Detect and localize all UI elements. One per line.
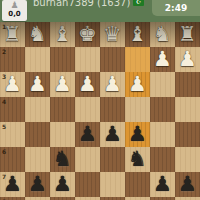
white-pawn: ♟ — [75, 72, 100, 97]
black-bishop: ♝ — [50, 197, 75, 200]
black-pawn: ♟ — [75, 122, 100, 147]
square-a5[interactable] — [175, 122, 200, 147]
square-b2[interactable]: ♟ — [150, 47, 175, 72]
rank-label-8: 8 — [2, 198, 6, 200]
square-b7[interactable]: ♟ — [150, 172, 175, 197]
square-f4[interactable] — [50, 97, 75, 122]
white-pawn: ♟ — [175, 47, 200, 72]
square-a6[interactable] — [175, 147, 200, 172]
black-pawn: ♟ — [50, 172, 75, 197]
square-e5[interactable]: ♟ — [75, 122, 100, 147]
white-rook: ♜ — [175, 22, 200, 47]
white-bishop: ♝ — [125, 22, 150, 47]
square-h1[interactable]: 1♜ — [0, 22, 25, 47]
square-e2[interactable] — [75, 47, 100, 72]
square-f6[interactable]: ♞ — [50, 147, 75, 172]
square-a1[interactable]: ♜ — [175, 22, 200, 47]
square-e1[interactable]: ♚ — [75, 22, 100, 47]
square-g4[interactable] — [25, 97, 50, 122]
square-d8[interactable]: ♛ — [100, 197, 125, 200]
square-a4[interactable] — [175, 97, 200, 122]
square-c4[interactable] — [125, 97, 150, 122]
black-bishop: ♝ — [125, 197, 150, 200]
square-g6[interactable] — [25, 147, 50, 172]
pawn-icon: ♟ — [10, 0, 18, 10]
square-d3[interactable]: ♟ — [100, 72, 125, 97]
black-pawn: ♟ — [175, 172, 200, 197]
square-b6[interactable] — [150, 147, 175, 172]
white-pawn: ♟ — [50, 72, 75, 97]
white-pawn: ♟ — [125, 72, 150, 97]
square-b3[interactable] — [150, 72, 175, 97]
white-pawn: ♟ — [150, 47, 175, 72]
square-h7[interactable]: 7♟ — [0, 172, 25, 197]
square-g7[interactable]: ♟ — [25, 172, 50, 197]
rank-label-5: 5 — [2, 123, 6, 130]
square-b4[interactable] — [150, 97, 175, 122]
square-e3[interactable]: ♟ — [75, 72, 100, 97]
rank-label-4: 4 — [2, 98, 6, 105]
rank-label-1: 1 — [2, 23, 6, 30]
black-pawn: ♟ — [150, 172, 175, 197]
square-f2[interactable] — [50, 47, 75, 72]
square-e4[interactable] — [75, 97, 100, 122]
black-queen: ♛ — [100, 197, 125, 200]
square-a8[interactable]: ♜ — [175, 197, 200, 200]
square-b5[interactable] — [150, 122, 175, 147]
square-g2[interactable] — [25, 47, 50, 72]
rank-label-6: 6 — [2, 148, 6, 155]
black-pawn: ♟ — [125, 122, 150, 147]
white-bishop: ♝ — [50, 22, 75, 47]
square-b8[interactable] — [150, 197, 175, 200]
square-h2[interactable]: 2 — [0, 47, 25, 72]
square-e8[interactable]: ♚ — [75, 197, 100, 200]
black-king: ♚ — [75, 197, 100, 200]
rank-label-7: 7 — [2, 173, 6, 180]
square-f3[interactable]: ♟ — [50, 72, 75, 97]
black-knight: ♞ — [50, 147, 75, 172]
square-c3[interactable]: ♟ — [125, 72, 150, 97]
black-pawn: ♟ — [25, 172, 50, 197]
material-counter: ♟ 0,0 — [2, 0, 27, 21]
black-knight: ♞ — [125, 147, 150, 172]
square-d6[interactable] — [100, 147, 125, 172]
opponent-info[interactable]: burhan7389 (1637) ☪ — [33, 0, 144, 8]
square-d2[interactable] — [100, 47, 125, 72]
square-c7[interactable] — [125, 172, 150, 197]
square-h5[interactable]: 5 — [0, 122, 25, 147]
square-h6[interactable]: 6 — [0, 147, 25, 172]
opponent-clock: 2:49 — [152, 0, 200, 16]
square-g1[interactable]: ♞ — [25, 22, 50, 47]
board-grid[interactable]: 1♜♞♝♚♛♝♞♜2♟♟3♟♟♟♟♟♟45♟♟♟6♞♞7♟♟♟♟♟8♜♝♚♛♝♜ — [0, 22, 200, 200]
square-e6[interactable] — [75, 147, 100, 172]
black-rook: ♜ — [175, 197, 200, 200]
square-c6[interactable]: ♞ — [125, 147, 150, 172]
pakistan-flag-icon: ☪ — [133, 0, 144, 6]
square-c1[interactable]: ♝ — [125, 22, 150, 47]
square-a7[interactable]: ♟ — [175, 172, 200, 197]
rank-label-3: 3 — [2, 73, 6, 80]
square-d5[interactable]: ♟ — [100, 122, 125, 147]
square-d4[interactable] — [100, 97, 125, 122]
white-king: ♚ — [75, 22, 100, 47]
white-pawn: ♟ — [25, 72, 50, 97]
square-f1[interactable]: ♝ — [50, 22, 75, 47]
black-pawn: ♟ — [100, 122, 125, 147]
square-f8[interactable]: ♝ — [50, 197, 75, 200]
square-e7[interactable] — [75, 172, 100, 197]
square-a3[interactable] — [175, 72, 200, 97]
square-h8[interactable]: 8♜ — [0, 197, 25, 200]
square-a2[interactable]: ♟ — [175, 47, 200, 72]
square-h4[interactable]: 4 — [0, 97, 25, 122]
top-bar: ♟ 0,0 burhan7389 (1637) ☪ 2:49 — [0, 0, 200, 22]
material-value: 0,0 — [8, 10, 20, 19]
white-queen: ♛ — [100, 22, 125, 47]
square-d1[interactable]: ♛ — [100, 22, 125, 47]
square-c2[interactable] — [125, 47, 150, 72]
chess-board[interactable]: 1♜♞♝♚♛♝♞♜2♟♟3♟♟♟♟♟♟45♟♟♟6♞♞7♟♟♟♟♟8♜♝♚♛♝♜ — [0, 22, 200, 200]
square-b1[interactable]: ♞ — [150, 22, 175, 47]
square-g5[interactable] — [25, 122, 50, 147]
opponent-name: burhan7389 (1637) — [33, 0, 130, 8]
square-d7[interactable] — [100, 172, 125, 197]
square-c8[interactable]: ♝ — [125, 197, 150, 200]
square-f7[interactable]: ♟ — [50, 172, 75, 197]
square-g3[interactable]: ♟ — [25, 72, 50, 97]
white-knight: ♞ — [25, 22, 50, 47]
square-g8[interactable] — [25, 197, 50, 200]
square-h3[interactable]: 3♟ — [0, 72, 25, 97]
square-f5[interactable] — [50, 122, 75, 147]
white-pawn: ♟ — [100, 72, 125, 97]
square-c5[interactable]: ♟ — [125, 122, 150, 147]
rank-label-2: 2 — [2, 48, 6, 55]
white-knight: ♞ — [150, 22, 175, 47]
